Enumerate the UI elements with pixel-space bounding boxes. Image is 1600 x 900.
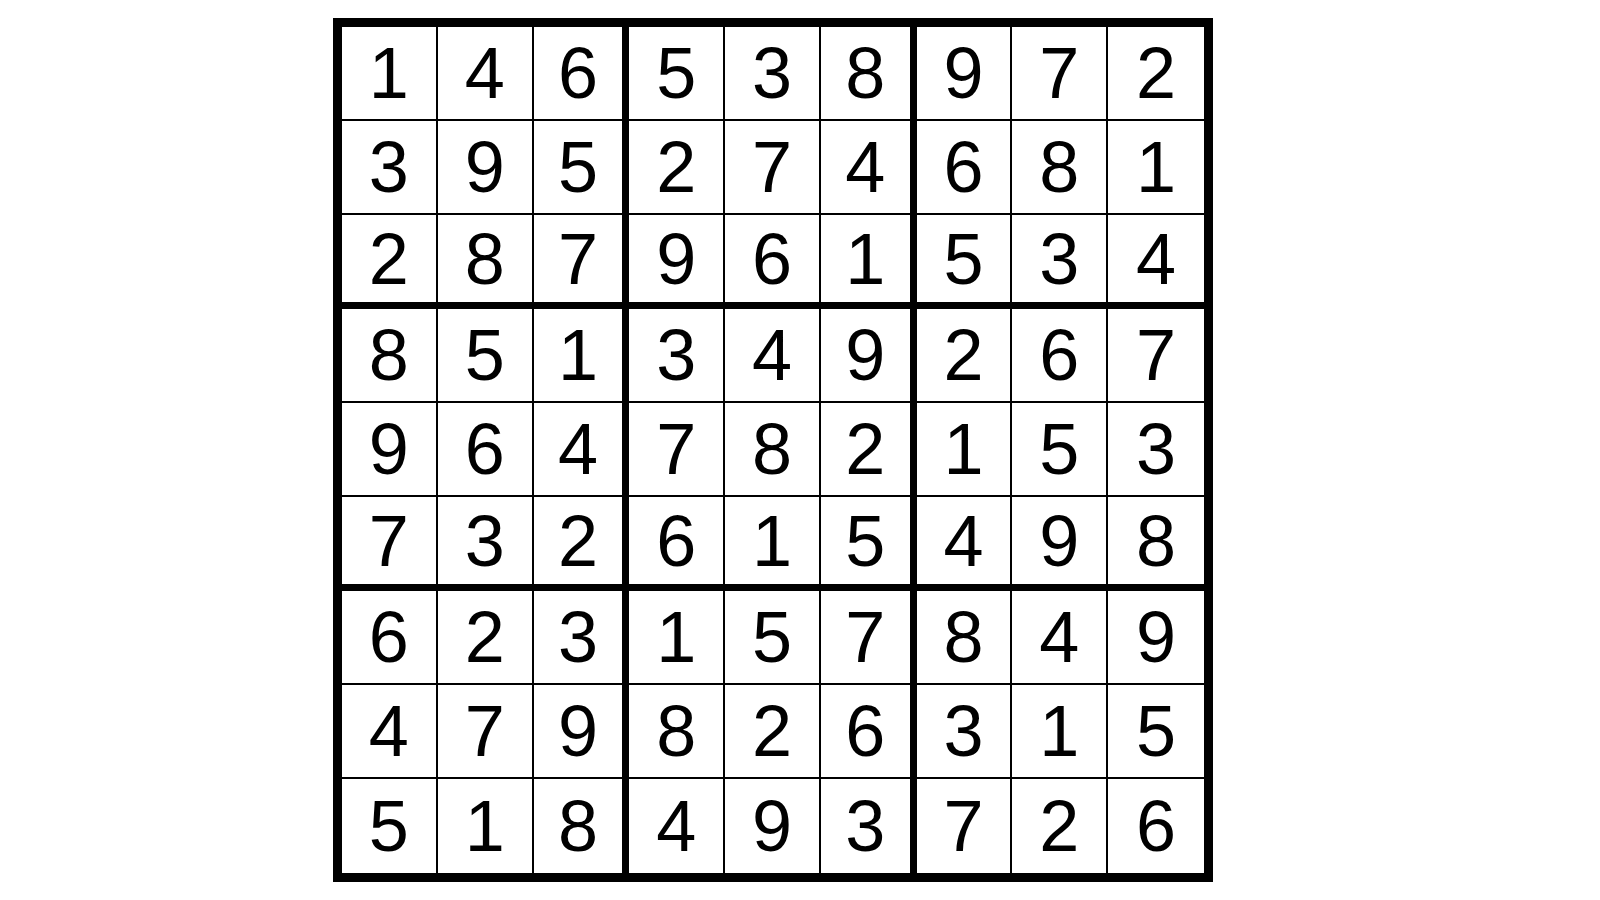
- sudoku-cell[interactable]: 6: [917, 121, 1013, 215]
- sudoku-cell[interactable]: 6: [534, 27, 630, 121]
- sudoku-cell[interactable]: 1: [1012, 685, 1108, 779]
- sudoku-cell[interactable]: 8: [917, 591, 1013, 685]
- sudoku-cell[interactable]: 5: [629, 27, 725, 121]
- sudoku-cell[interactable]: 4: [725, 309, 821, 403]
- sudoku-cell[interactable]: 5: [1012, 403, 1108, 497]
- sudoku-cell[interactable]: 1: [438, 779, 534, 873]
- sudoku-cell[interactable]: 2: [629, 121, 725, 215]
- sudoku-cell[interactable]: 7: [821, 591, 917, 685]
- sudoku-cell[interactable]: 3: [342, 121, 438, 215]
- sudoku-cell[interactable]: 8: [438, 215, 534, 309]
- sudoku-cell[interactable]: 3: [1012, 215, 1108, 309]
- sudoku-cell[interactable]: 7: [1012, 27, 1108, 121]
- sudoku-cell[interactable]: 6: [629, 497, 725, 591]
- sudoku-cell[interactable]: 4: [1108, 215, 1204, 309]
- sudoku-cell[interactable]: 6: [1108, 779, 1204, 873]
- sudoku-cell[interactable]: 3: [1108, 403, 1204, 497]
- sudoku-cell[interactable]: 6: [342, 591, 438, 685]
- sudoku-cell[interactable]: 9: [534, 685, 630, 779]
- sudoku-cell[interactable]: 4: [1012, 591, 1108, 685]
- sudoku-cell[interactable]: 5: [1108, 685, 1204, 779]
- sudoku-cell[interactable]: 3: [629, 309, 725, 403]
- sudoku-board: 1465389723952746812879615348513492679647…: [333, 18, 1213, 882]
- sudoku-cell[interactable]: 6: [821, 685, 917, 779]
- sudoku-cell[interactable]: 7: [534, 215, 630, 309]
- sudoku-cell[interactable]: 6: [438, 403, 534, 497]
- sudoku-cell[interactable]: 2: [534, 497, 630, 591]
- sudoku-cell[interactable]: 4: [342, 685, 438, 779]
- sudoku-cell[interactable]: 8: [629, 685, 725, 779]
- sudoku-cell[interactable]: 7: [725, 121, 821, 215]
- sudoku-cell[interactable]: 1: [342, 27, 438, 121]
- sudoku-cell[interactable]: 7: [438, 685, 534, 779]
- sudoku-cell[interactable]: 2: [1012, 779, 1108, 873]
- sudoku-cell[interactable]: 8: [725, 403, 821, 497]
- sudoku-cell[interactable]: 7: [342, 497, 438, 591]
- sudoku-cell[interactable]: 5: [917, 215, 1013, 309]
- sudoku-cell[interactable]: 4: [821, 121, 917, 215]
- sudoku-cell[interactable]: 9: [917, 27, 1013, 121]
- sudoku-cell[interactable]: 1: [725, 497, 821, 591]
- sudoku-cell[interactable]: 9: [725, 779, 821, 873]
- sudoku-cell[interactable]: 5: [821, 497, 917, 591]
- sudoku-cell[interactable]: 3: [917, 685, 1013, 779]
- sudoku-cell[interactable]: 6: [1012, 309, 1108, 403]
- sudoku-cell[interactable]: 2: [725, 685, 821, 779]
- sudoku-cell[interactable]: 8: [534, 779, 630, 873]
- sudoku-cell[interactable]: 4: [629, 779, 725, 873]
- sudoku-cell[interactable]: 4: [534, 403, 630, 497]
- sudoku-cell[interactable]: 1: [629, 591, 725, 685]
- sudoku-cell[interactable]: 1: [917, 403, 1013, 497]
- sudoku-cell[interactable]: 8: [1108, 497, 1204, 591]
- sudoku-cell[interactable]: 4: [917, 497, 1013, 591]
- sudoku-cell[interactable]: 8: [342, 309, 438, 403]
- sudoku-cell[interactable]: 6: [725, 215, 821, 309]
- sudoku-cell[interactable]: 5: [342, 779, 438, 873]
- sudoku-cell[interactable]: 9: [438, 121, 534, 215]
- sudoku-cell[interactable]: 5: [725, 591, 821, 685]
- sudoku-cell[interactable]: 8: [821, 27, 917, 121]
- sudoku-cell[interactable]: 2: [1108, 27, 1204, 121]
- sudoku-cell[interactable]: 9: [1108, 591, 1204, 685]
- sudoku-cell[interactable]: 5: [438, 309, 534, 403]
- sudoku-cell[interactable]: 7: [1108, 309, 1204, 403]
- sudoku-cell[interactable]: 9: [629, 215, 725, 309]
- sudoku-cell[interactable]: 7: [917, 779, 1013, 873]
- sudoku-cell[interactable]: 9: [1012, 497, 1108, 591]
- sudoku-cell[interactable]: 9: [342, 403, 438, 497]
- sudoku-cell[interactable]: 1: [1108, 121, 1204, 215]
- sudoku-cell[interactable]: 3: [438, 497, 534, 591]
- sudoku-cell[interactable]: 2: [342, 215, 438, 309]
- sudoku-cell[interactable]: 4: [438, 27, 534, 121]
- sudoku-cell[interactable]: 7: [629, 403, 725, 497]
- sudoku-cell[interactable]: 9: [821, 309, 917, 403]
- sudoku-cell[interactable]: 1: [821, 215, 917, 309]
- sudoku-cell[interactable]: 1: [534, 309, 630, 403]
- sudoku-cell[interactable]: 3: [534, 591, 630, 685]
- sudoku-cell[interactable]: 3: [725, 27, 821, 121]
- sudoku-cell[interactable]: 5: [534, 121, 630, 215]
- sudoku-cell[interactable]: 2: [821, 403, 917, 497]
- sudoku-cell[interactable]: 3: [821, 779, 917, 873]
- sudoku-cell[interactable]: 8: [1012, 121, 1108, 215]
- sudoku-cell[interactable]: 2: [438, 591, 534, 685]
- sudoku-cell[interactable]: 2: [917, 309, 1013, 403]
